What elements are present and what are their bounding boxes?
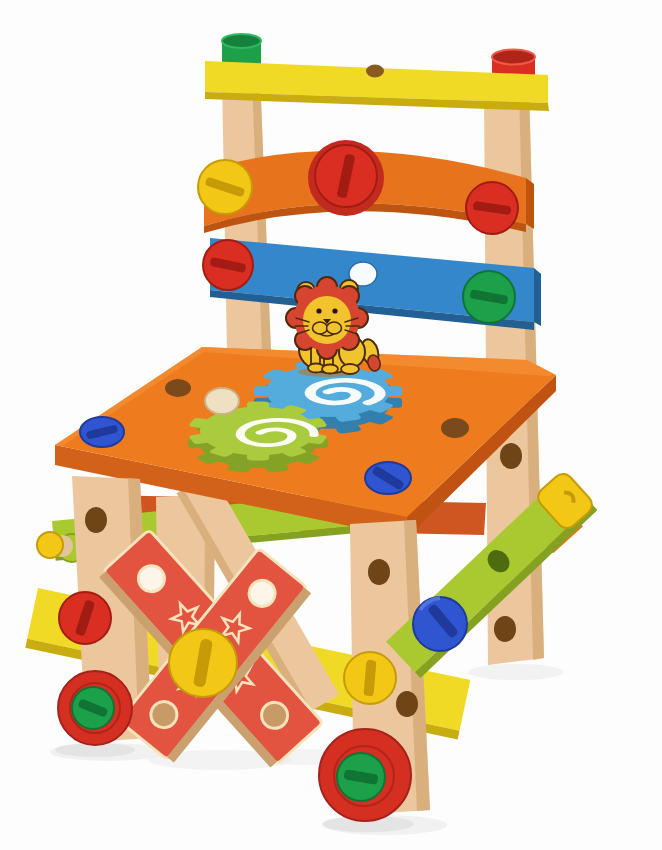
lion-paw: [341, 364, 359, 374]
bolt-yellow-center: [169, 629, 237, 697]
screw-blue-seat-right: [365, 462, 411, 494]
bolt-hole: [85, 507, 107, 533]
shadow: [468, 664, 564, 680]
toy-chair-photo: [0, 0, 662, 850]
lion-jowl: [327, 322, 342, 334]
bolt-hole: [494, 616, 516, 642]
bolt-red-large: [308, 140, 384, 216]
green-cap-top: [222, 34, 261, 48]
bolt-hole: [366, 65, 384, 78]
lion-paw: [322, 365, 338, 374]
lion-eye: [332, 308, 337, 313]
wheel-red-left: [58, 671, 132, 745]
screw-red-left: [203, 240, 253, 290]
lion-eye: [316, 308, 321, 313]
bolt-yellow-right-bar: [344, 652, 396, 704]
bolt-hole: [500, 443, 522, 469]
orange-rail-end: [526, 178, 534, 229]
seat-hole: [441, 418, 469, 438]
bolt-blue-large: [413, 597, 467, 651]
blue-rail-end: [534, 268, 541, 326]
bolt-hole: [368, 559, 390, 585]
dowel-yellow-cap: [37, 532, 63, 558]
lion-jowl: [313, 322, 328, 334]
seat-hole: [165, 379, 191, 397]
screw-green-right: [463, 271, 515, 323]
photo-stage: [0, 0, 662, 850]
red-cap-top: [492, 50, 535, 65]
screw-yellow-left: [198, 160, 252, 214]
screw-red-on-yellow-bar: [59, 592, 111, 644]
screw-blue-seat-left: [80, 417, 124, 447]
wooden-peg: [205, 388, 239, 414]
wheel-red-right: [319, 729, 411, 821]
peg-knob: [205, 388, 239, 414]
bolt-hole: [396, 691, 418, 717]
screw-red-right: [466, 182, 518, 234]
